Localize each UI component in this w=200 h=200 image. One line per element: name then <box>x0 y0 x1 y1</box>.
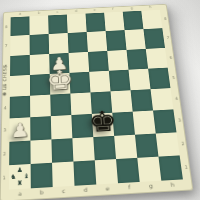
square-f6[interactable] <box>107 50 128 71</box>
square-c7[interactable] <box>49 33 69 53</box>
black-king[interactable]: ♚ <box>88 106 118 136</box>
file-label-f: f <box>104 6 123 12</box>
square-e6[interactable] <box>88 51 109 72</box>
file-label-g: g <box>140 182 163 193</box>
square-f2[interactable] <box>114 134 137 159</box>
square-a8[interactable] <box>10 16 29 36</box>
white-pawn[interactable]: ♟ <box>10 120 29 140</box>
square-e7[interactable] <box>87 31 108 51</box>
square-a3[interactable]: ♟ <box>9 117 30 141</box>
file-label-c: c <box>53 187 75 198</box>
file-label-g: g <box>122 5 141 11</box>
square-h6[interactable] <box>146 48 168 69</box>
file-label-e: e <box>96 184 119 195</box>
rank-label-7: 7 <box>2 36 9 56</box>
square-f5[interactable] <box>109 70 131 92</box>
square-d8[interactable] <box>67 14 87 34</box>
square-c5[interactable]: ♚ <box>50 73 71 95</box>
square-a6[interactable] <box>10 55 30 76</box>
square-f7[interactable] <box>106 30 127 50</box>
rank-label-8: 8 <box>3 17 10 36</box>
square-e5[interactable] <box>89 71 110 93</box>
file-label-b: b <box>29 10 48 17</box>
photo-background: abcdefgh abcdefgh 87654321 87654321 ◉ US… <box>0 0 200 200</box>
logo-piece-glyph: ♜ <box>17 179 23 186</box>
square-e8[interactable] <box>86 13 106 33</box>
logo-piece-glyph: ♝ <box>23 173 29 180</box>
board-grid: ♟♚♟♚♟♞♝♜ <box>9 10 183 190</box>
white-king[interactable]: ♚ <box>46 66 74 94</box>
square-b2[interactable] <box>30 139 52 164</box>
square-e3[interactable]: ♚ <box>92 113 114 137</box>
rank-label-4: 4 <box>171 88 181 110</box>
square-f1[interactable] <box>116 158 140 184</box>
logo-piece-glyph: ♞ <box>10 173 16 180</box>
square-h5[interactable] <box>148 67 170 89</box>
logo-piece-glyph: ♟ <box>17 167 23 174</box>
file-label-a: a <box>11 11 30 18</box>
board-corner-logo: ♟♞♝♜ <box>9 164 31 190</box>
file-label-b: b <box>31 188 53 199</box>
rank-label-2: 2 <box>0 141 8 165</box>
file-label-h: h <box>161 180 184 191</box>
file-label-c: c <box>48 9 67 15</box>
square-a5[interactable] <box>10 75 30 97</box>
square-g8[interactable] <box>123 11 144 30</box>
square-h7[interactable] <box>143 28 164 48</box>
square-g4[interactable] <box>131 89 154 112</box>
rank-label-7: 7 <box>163 28 173 48</box>
file-label-a: a <box>9 189 31 200</box>
brand-text: ◉ US CHESS <box>2 64 11 97</box>
square-g6[interactable] <box>126 49 148 70</box>
rank-label-4: 4 <box>1 97 9 119</box>
square-d7[interactable] <box>68 32 88 52</box>
square-f8[interactable] <box>104 12 124 32</box>
square-b8[interactable] <box>29 15 48 35</box>
square-h1[interactable] <box>158 155 182 180</box>
square-a4[interactable] <box>10 96 31 119</box>
square-e1[interactable] <box>95 159 118 185</box>
file-label-h: h <box>141 4 160 10</box>
square-a2[interactable] <box>9 140 30 165</box>
file-label-d: d <box>75 185 97 196</box>
rank-label-5: 5 <box>169 67 179 88</box>
file-label-f: f <box>118 183 141 194</box>
square-c2[interactable] <box>51 138 73 163</box>
square-a1[interactable]: ♟♞♝♜ <box>9 164 31 190</box>
square-c3[interactable] <box>51 115 73 139</box>
square-a7[interactable] <box>10 35 29 55</box>
square-b7[interactable] <box>30 34 50 54</box>
square-c8[interactable] <box>48 15 68 35</box>
square-c1[interactable] <box>52 161 74 187</box>
square-e2[interactable] <box>93 135 116 160</box>
square-b1[interactable] <box>31 163 53 189</box>
square-h2[interactable] <box>156 132 180 156</box>
square-h8[interactable] <box>141 10 162 29</box>
square-g7[interactable] <box>125 29 146 49</box>
chess-board: abcdefgh abcdefgh 87654321 87654321 ◉ US… <box>0 4 193 200</box>
file-label-e: e <box>85 7 104 13</box>
square-d1[interactable] <box>73 160 96 186</box>
rank-label-8: 8 <box>161 9 170 28</box>
rank-label-3: 3 <box>1 119 9 142</box>
square-d2[interactable] <box>72 137 94 162</box>
square-b3[interactable] <box>30 116 51 140</box>
square-c4[interactable] <box>50 94 71 117</box>
square-g1[interactable] <box>137 156 161 182</box>
board-mat: abcdefgh abcdefgh 87654321 87654321 ◉ US… <box>0 4 193 200</box>
square-g5[interactable] <box>128 68 150 90</box>
square-h4[interactable] <box>151 88 174 111</box>
rank-label-6: 6 <box>166 47 176 67</box>
square-b4[interactable] <box>30 95 51 118</box>
file-label-d: d <box>67 8 86 14</box>
square-g2[interactable] <box>135 133 159 158</box>
square-g3[interactable] <box>133 111 156 135</box>
square-h3[interactable] <box>153 110 176 134</box>
rank-label-1: 1 <box>0 165 8 190</box>
